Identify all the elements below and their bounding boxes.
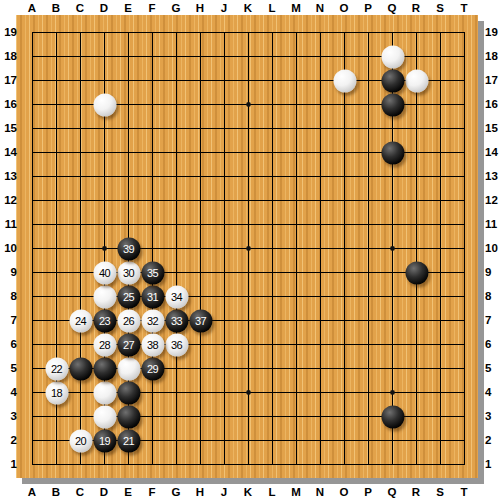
stone-white-F7-move-32: 32	[141, 309, 164, 332]
col-label-H: H	[191, 485, 209, 499]
move-number: 35	[147, 267, 158, 278]
row-label-15: 15	[0, 121, 17, 135]
col-label-E: E	[119, 485, 137, 499]
row-label-12: 12	[485, 193, 500, 207]
col-label-P: P	[359, 485, 377, 499]
stone-white-D16	[93, 93, 116, 116]
row-label-3: 3	[0, 409, 17, 423]
col-label-S: S	[431, 485, 449, 499]
row-label-14: 14	[0, 145, 17, 159]
stone-black-Q14	[381, 141, 404, 164]
row-label-7: 7	[485, 313, 500, 327]
row-label-9: 9	[0, 265, 17, 279]
col-label-B: B	[47, 485, 65, 499]
stone-black-C5	[69, 357, 92, 380]
stone-white-G8-move-34: 34	[165, 285, 188, 308]
row-label-16: 16	[485, 97, 500, 111]
move-number: 37	[195, 315, 206, 326]
row-label-18: 18	[485, 49, 500, 63]
row-label-8: 8	[485, 289, 500, 303]
col-label-Q: Q	[383, 485, 401, 499]
row-label-10: 10	[0, 241, 17, 255]
stone-black-G7-move-33: 33	[165, 309, 188, 332]
stone-black-E3	[117, 405, 140, 428]
row-label-7: 7	[0, 313, 17, 327]
move-number: 28	[99, 339, 110, 350]
col-label-R: R	[407, 1, 425, 15]
col-label-N: N	[311, 1, 329, 15]
row-label-11: 11	[485, 217, 500, 231]
move-number: 36	[171, 339, 182, 350]
move-number: 24	[75, 315, 86, 326]
col-label-C: C	[71, 1, 89, 15]
col-label-G: G	[167, 1, 185, 15]
col-label-L: L	[263, 485, 281, 499]
row-label-17: 17	[0, 73, 17, 87]
col-label-D: D	[95, 1, 113, 15]
stone-white-Q18	[381, 45, 404, 68]
stone-white-D4	[93, 381, 116, 404]
row-label-3: 3	[485, 409, 500, 423]
stone-white-D6-move-28: 28	[93, 333, 116, 356]
stone-white-D8	[93, 285, 116, 308]
stone-black-E10-move-39: 39	[117, 237, 140, 260]
row-label-10: 10	[485, 241, 500, 255]
stone-white-E5	[117, 357, 140, 380]
move-number: 21	[123, 435, 134, 446]
col-label-A: A	[23, 485, 41, 499]
move-number: 39	[123, 243, 134, 254]
stone-black-D7-move-23: 23	[93, 309, 116, 332]
row-label-6: 6	[485, 337, 500, 351]
row-label-19: 19	[0, 25, 17, 39]
row-label-16: 16	[0, 97, 17, 111]
move-number: 18	[51, 387, 62, 398]
stone-white-F6-move-38: 38	[141, 333, 164, 356]
stone-white-B4-move-18: 18	[45, 381, 68, 404]
move-number: 25	[123, 291, 134, 302]
move-number: 34	[171, 291, 182, 302]
row-label-5: 5	[485, 361, 500, 375]
move-number: 27	[123, 339, 134, 350]
col-label-T: T	[455, 1, 473, 15]
stone-black-Q3	[381, 405, 404, 428]
move-number: 38	[147, 339, 158, 350]
col-label-J: J	[215, 485, 233, 499]
col-label-R: R	[407, 485, 425, 499]
stone-white-B5-move-22: 22	[45, 357, 68, 380]
stone-black-Q16	[381, 93, 404, 116]
row-label-12: 12	[0, 193, 17, 207]
move-number: 31	[147, 291, 158, 302]
row-label-4: 4	[485, 385, 500, 399]
row-label-13: 13	[0, 169, 17, 183]
stone-white-E7-move-26: 26	[117, 309, 140, 332]
col-label-O: O	[335, 1, 353, 15]
col-label-F: F	[143, 1, 161, 15]
row-label-9: 9	[485, 265, 500, 279]
stone-white-C2-move-20: 20	[69, 429, 92, 452]
col-label-A: A	[23, 1, 41, 15]
col-label-N: N	[311, 485, 329, 499]
move-number: 26	[123, 315, 134, 326]
col-label-H: H	[191, 1, 209, 15]
col-label-D: D	[95, 485, 113, 499]
col-label-L: L	[263, 1, 281, 15]
row-label-1: 1	[485, 457, 500, 471]
stone-black-F8-move-31: 31	[141, 285, 164, 308]
row-label-5: 5	[0, 361, 17, 375]
stone-black-Q17	[381, 69, 404, 92]
col-label-J: J	[215, 1, 233, 15]
stone-white-D9-move-40: 40	[93, 261, 116, 284]
col-label-G: G	[167, 485, 185, 499]
col-label-B: B	[47, 1, 65, 15]
col-label-T: T	[455, 485, 473, 499]
go-board-diagram: 1819202122232425262728293031323334353637…	[0, 0, 500, 500]
col-label-K: K	[239, 1, 257, 15]
row-label-11: 11	[0, 217, 17, 231]
stone-black-D2-move-19: 19	[93, 429, 116, 452]
stone-black-D5	[93, 357, 116, 380]
col-label-C: C	[71, 485, 89, 499]
row-label-4: 4	[0, 385, 17, 399]
row-label-8: 8	[0, 289, 17, 303]
row-label-6: 6	[0, 337, 17, 351]
row-label-2: 2	[0, 433, 17, 447]
col-label-Q: Q	[383, 1, 401, 15]
col-label-M: M	[287, 1, 305, 15]
col-label-M: M	[287, 485, 305, 499]
col-label-E: E	[119, 1, 137, 15]
stone-black-E2-move-21: 21	[117, 429, 140, 452]
move-number: 22	[51, 363, 62, 374]
stone-white-R17	[405, 69, 428, 92]
move-number: 20	[75, 435, 86, 446]
move-number: 32	[147, 315, 158, 326]
stone-black-F5-move-29: 29	[141, 357, 164, 380]
row-label-18: 18	[0, 49, 17, 63]
move-number: 19	[99, 435, 110, 446]
row-label-19: 19	[485, 25, 500, 39]
stone-black-F9-move-35: 35	[141, 261, 164, 284]
stone-black-E6-move-27: 27	[117, 333, 140, 356]
stone-white-O17	[333, 69, 356, 92]
col-label-P: P	[359, 1, 377, 15]
stone-black-R9	[405, 261, 428, 284]
stone-white-E9-move-30: 30	[117, 261, 140, 284]
stone-black-H7-move-37: 37	[189, 309, 212, 332]
move-number: 30	[123, 267, 134, 278]
move-number: 23	[99, 315, 110, 326]
col-label-F: F	[143, 485, 161, 499]
col-label-K: K	[239, 485, 257, 499]
row-label-17: 17	[485, 73, 500, 87]
col-label-S: S	[431, 1, 449, 15]
row-label-14: 14	[485, 145, 500, 159]
row-label-15: 15	[485, 121, 500, 135]
move-number: 33	[171, 315, 182, 326]
stone-white-G6-move-36: 36	[165, 333, 188, 356]
stone-black-E4	[117, 381, 140, 404]
stone-white-D3	[93, 405, 116, 428]
row-label-1: 1	[0, 457, 17, 471]
row-label-2: 2	[485, 433, 500, 447]
move-number: 40	[99, 267, 110, 278]
stone-black-E8-move-25: 25	[117, 285, 140, 308]
stone-white-C7-move-24: 24	[69, 309, 92, 332]
row-label-13: 13	[485, 169, 500, 183]
col-label-O: O	[335, 485, 353, 499]
move-number: 29	[147, 363, 158, 374]
